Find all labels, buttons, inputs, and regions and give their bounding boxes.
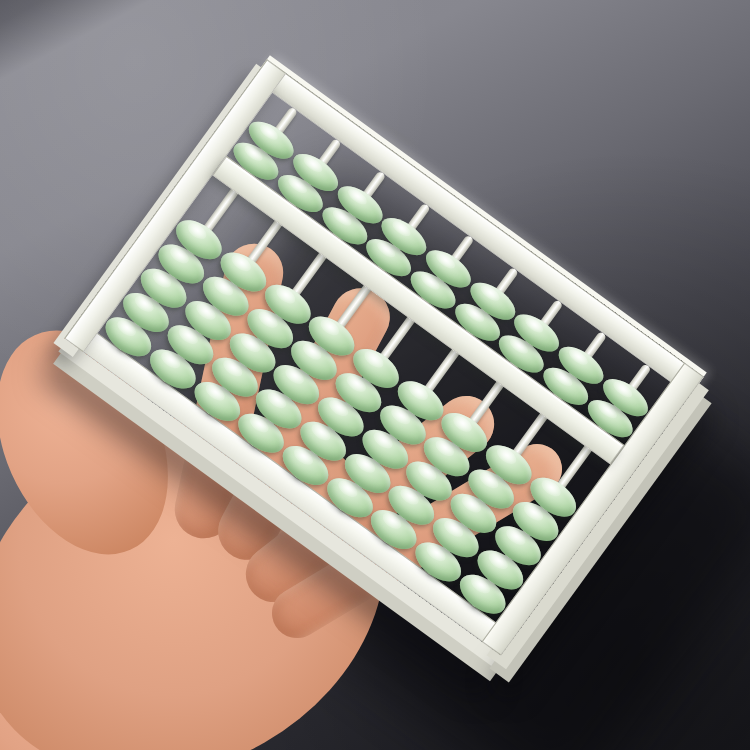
photo-of-jade-abacus: { "game": "abacus", "variant": "Chinese … — [0, 0, 750, 750]
frame-rail-left — [64, 59, 286, 352]
